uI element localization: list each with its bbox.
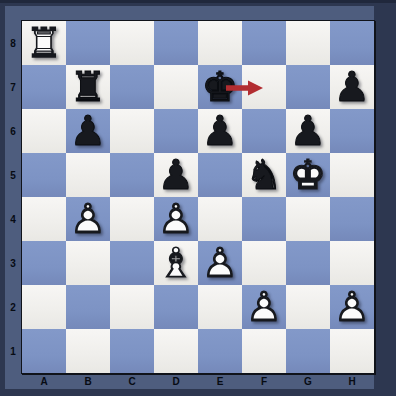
rank-label-4: 4	[5, 197, 21, 241]
file-label-b: B	[66, 373, 110, 389]
square-d1[interactable]	[154, 329, 198, 373]
white-pawn-outline-detail: ♙	[66, 197, 110, 241]
black-pawn-glyph: ♟	[66, 109, 110, 153]
file-label-e: E	[198, 373, 242, 389]
square-e2[interactable]	[198, 285, 242, 329]
square-h6[interactable]	[330, 109, 374, 153]
rank-label-2: 2	[5, 285, 21, 329]
square-g7[interactable]	[286, 65, 330, 109]
rank-label-8: 8	[5, 21, 21, 65]
white-king-outline-detail: ♔	[286, 153, 330, 197]
white-pawn[interactable]: ♟♙	[330, 285, 374, 329]
rank-label-3: 3	[5, 241, 21, 285]
square-d8[interactable]	[154, 21, 198, 65]
rank-label-5: 5	[5, 153, 21, 197]
square-d4[interactable]: ♟♙	[154, 197, 198, 241]
rank-label-7: 7	[5, 65, 21, 109]
square-a5[interactable]	[22, 153, 66, 197]
square-a3[interactable]	[22, 241, 66, 285]
square-f5[interactable]: ♞	[242, 153, 286, 197]
square-c6[interactable]	[110, 109, 154, 153]
rank-label-1: 1	[5, 329, 21, 373]
square-h7[interactable]: ♟	[330, 65, 374, 109]
white-rook[interactable]: ♜♖	[22, 21, 66, 65]
square-f1[interactable]	[242, 329, 286, 373]
black-knight-glyph: ♞	[242, 153, 286, 197]
square-d2[interactable]	[154, 285, 198, 329]
black-pawn[interactable]: ♟	[286, 109, 330, 153]
white-pawn[interactable]: ♟♙	[154, 197, 198, 241]
square-f3[interactable]	[242, 241, 286, 285]
square-e4[interactable]	[198, 197, 242, 241]
square-f4[interactable]	[242, 197, 286, 241]
file-label-c: C	[110, 373, 154, 389]
square-h3[interactable]	[330, 241, 374, 285]
white-pawn-outline-detail: ♙	[330, 285, 374, 329]
square-f2[interactable]: ♟♙	[242, 285, 286, 329]
square-e1[interactable]	[198, 329, 242, 373]
chess-diagram: 87654321 ♜♖♜♚♟♟♟♟♟♞♚♔♟♙♟♙♝♗♟♙♟♙♟♙ ABCDEF…	[0, 0, 396, 396]
square-e8[interactable]	[198, 21, 242, 65]
file-labels: ABCDEFGH	[22, 373, 374, 389]
black-pawn[interactable]: ♟	[198, 109, 242, 153]
file-label-h: H	[330, 373, 374, 389]
square-e3[interactable]: ♟♙	[198, 241, 242, 285]
black-knight[interactable]: ♞	[242, 153, 286, 197]
white-bishop-outline-detail: ♗	[154, 241, 198, 285]
white-pawn-outline-detail: ♙	[198, 241, 242, 285]
square-g1[interactable]	[286, 329, 330, 373]
black-pawn-glyph: ♟	[154, 153, 198, 197]
square-c3[interactable]	[110, 241, 154, 285]
square-g4[interactable]	[286, 197, 330, 241]
square-d3[interactable]: ♝♗	[154, 241, 198, 285]
black-pawn[interactable]: ♟	[66, 109, 110, 153]
square-b2[interactable]	[66, 285, 110, 329]
white-bishop[interactable]: ♝♗	[154, 241, 198, 285]
square-b1[interactable]	[66, 329, 110, 373]
square-b7[interactable]: ♜	[66, 65, 110, 109]
black-rook[interactable]: ♜	[66, 65, 110, 109]
square-g6[interactable]: ♟	[286, 109, 330, 153]
square-e6[interactable]: ♟	[198, 109, 242, 153]
file-label-a: A	[22, 373, 66, 389]
square-g2[interactable]	[286, 285, 330, 329]
white-king[interactable]: ♚♔	[286, 153, 330, 197]
square-d7[interactable]	[154, 65, 198, 109]
square-c4[interactable]	[110, 197, 154, 241]
square-g8[interactable]	[286, 21, 330, 65]
square-d6[interactable]	[154, 109, 198, 153]
square-b5[interactable]	[66, 153, 110, 197]
black-rook-glyph: ♜	[66, 65, 110, 109]
black-pawn[interactable]: ♟	[330, 65, 374, 109]
square-b8[interactable]	[66, 21, 110, 65]
square-h4[interactable]	[330, 197, 374, 241]
square-a6[interactable]	[22, 109, 66, 153]
square-a7[interactable]	[22, 65, 66, 109]
square-a4[interactable]	[22, 197, 66, 241]
square-c5[interactable]	[110, 153, 154, 197]
square-b4[interactable]: ♟♙	[66, 197, 110, 241]
square-b3[interactable]	[66, 241, 110, 285]
square-h1[interactable]	[330, 329, 374, 373]
black-pawn-glyph: ♟	[286, 109, 330, 153]
rank-label-6: 6	[5, 109, 21, 153]
square-g5[interactable]: ♚♔	[286, 153, 330, 197]
square-a8[interactable]: ♜♖	[22, 21, 66, 65]
rank-labels: 87654321	[5, 21, 21, 373]
square-g3[interactable]	[286, 241, 330, 285]
square-c8[interactable]	[110, 21, 154, 65]
file-label-g: G	[286, 373, 330, 389]
white-pawn[interactable]: ♟♙	[242, 285, 286, 329]
white-pawn[interactable]: ♟♙	[66, 197, 110, 241]
black-pawn-glyph: ♟	[330, 65, 374, 109]
square-b6[interactable]: ♟	[66, 109, 110, 153]
file-label-d: D	[154, 373, 198, 389]
black-pawn-glyph: ♟	[198, 109, 242, 153]
square-h2[interactable]: ♟♙	[330, 285, 374, 329]
square-a2[interactable]	[22, 285, 66, 329]
square-h5[interactable]	[330, 153, 374, 197]
chess-board: ♜♖♜♚♟♟♟♟♟♞♚♔♟♙♟♙♝♗♟♙♟♙♟♙	[21, 20, 375, 374]
black-pawn[interactable]: ♟	[154, 153, 198, 197]
square-a1[interactable]	[22, 329, 66, 373]
square-d5[interactable]: ♟	[154, 153, 198, 197]
square-h8[interactable]	[330, 21, 374, 65]
white-rook-outline-detail: ♖	[22, 21, 66, 65]
move-arrow-e7-f7	[198, 65, 264, 109]
white-pawn-outline-detail: ♙	[154, 197, 198, 241]
square-c1[interactable]	[110, 329, 154, 373]
square-f6[interactable]	[242, 109, 286, 153]
square-c7[interactable]	[110, 65, 154, 109]
square-e5[interactable]	[198, 153, 242, 197]
file-label-f: F	[242, 373, 286, 389]
white-pawn-outline-detail: ♙	[242, 285, 286, 329]
square-f8[interactable]	[242, 21, 286, 65]
square-c2[interactable]	[110, 285, 154, 329]
white-pawn[interactable]: ♟♙	[198, 241, 242, 285]
